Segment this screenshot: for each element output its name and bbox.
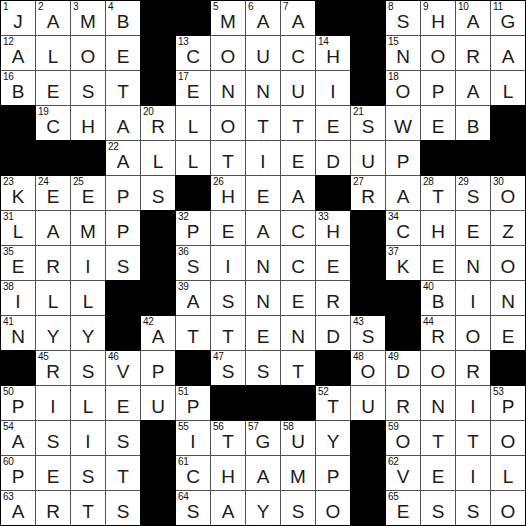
grid-cell[interactable]: 44R [421,316,455,350]
grid-cell[interactable]: E [421,106,455,140]
grid-cell[interactable]: 7A [281,1,315,35]
cell-letter: B [432,292,445,311]
grid-cell[interactable]: U [141,386,175,420]
grid-cell[interactable]: 33H [316,211,350,245]
grid-cell[interactable]: Y [71,316,105,350]
grid-cell[interactable]: E [316,246,350,280]
grid-cell[interactable]: 32P [176,211,210,245]
grid-cell[interactable]: E [36,71,70,105]
grid-cell[interactable]: E [106,386,140,420]
grid-cell[interactable]: H [211,456,245,490]
grid-cell[interactable]: 43S [351,316,385,350]
cell-letter: L [188,152,199,171]
grid-cell[interactable]: T [281,106,315,140]
grid-cell[interactable]: I [316,71,350,105]
grid-cell[interactable]: 54A [1,421,35,455]
grid-cell[interactable]: 40B [421,281,455,315]
grid-cell[interactable]: 61C [176,456,210,490]
cell-letter: L [188,117,199,136]
black-square [351,36,385,70]
grid-cell[interactable]: 55I [176,421,210,455]
grid-cell[interactable]: I [456,281,490,315]
grid-cell[interactable]: A [246,211,280,245]
grid-cell[interactable]: R [36,491,70,525]
cell-letter: T [467,432,479,451]
grid-cell[interactable]: L [36,36,70,70]
grid-cell[interactable]: T [421,421,455,455]
cell-letter: A [12,432,25,451]
grid-cell[interactable]: M [281,456,315,490]
grid-cell[interactable]: S [456,491,490,525]
grid-cell[interactable]: W [386,106,420,140]
grid-cell[interactable]: N [211,71,245,105]
grid-cell[interactable]: R [316,281,350,315]
grid-cell[interactable]: 21S [351,106,385,140]
grid-cell[interactable]: L [141,141,175,175]
cell-letter: M [80,12,96,31]
cell-letter: D [396,362,410,381]
grid-cell[interactable]: C [281,246,315,280]
grid-cell[interactable]: 4B [106,1,140,35]
clue-number: 53 [493,387,504,397]
grid-cell[interactable]: I [456,456,490,490]
grid-cell[interactable]: A [386,176,420,210]
cell-letter: R [431,327,445,346]
grid-cell[interactable]: A [246,456,280,490]
grid-cell[interactable]: 53P [491,386,525,420]
grid-cell[interactable]: 49D [386,351,420,385]
grid-cell[interactable]: S [211,281,245,315]
grid-cell[interactable]: 26H [211,176,245,210]
cell-letter: G [256,432,271,451]
clue-number: 4 [108,2,113,12]
cell-letter: T [292,117,304,136]
grid-cell[interactable]: E [36,456,70,490]
grid-cell[interactable]: S [106,421,140,455]
cell-letter: A [257,222,270,241]
grid-cell[interactable]: A [106,106,140,140]
grid-cell[interactable]: O [421,36,455,70]
grid-cell[interactable]: S [106,246,140,280]
grid-cell[interactable]: 31L [1,211,35,245]
cell-letter: L [13,222,24,241]
cell-letter: Y [257,502,270,521]
clue-number: 21 [353,107,364,117]
clue-number: 19 [38,107,49,117]
clue-number: 28 [423,177,434,187]
grid-cell[interactable]: P [421,71,455,105]
cell-letter: C [46,117,60,136]
cell-letter: A [12,47,25,66]
grid-cell[interactable]: 30O [491,176,525,210]
grid-cell[interactable]: N [246,281,280,315]
grid-cell[interactable]: 12A [1,36,35,70]
grid-cell[interactable]: B [456,106,490,140]
cell-letter: E [222,222,235,241]
grid-cell[interactable]: 18O [386,71,420,105]
grid-cell[interactable]: U [246,36,280,70]
grid-cell[interactable]: 1J [1,1,35,35]
grid-cell[interactable]: 64S [176,491,210,525]
cell-letter: M [220,12,236,31]
grid-cell[interactable]: E [106,36,140,70]
cell-letter: H [431,222,445,241]
grid-cell[interactable]: T [246,106,280,140]
cell-letter: A [502,47,515,66]
clue-number: 48 [353,352,364,362]
grid-cell[interactable]: E [281,281,315,315]
grid-cell[interactable]: P [106,211,140,245]
cell-letter: I [50,397,55,416]
grid-cell[interactable]: N [281,316,315,350]
clue-number: 12 [3,37,14,47]
grid-cell[interactable]: N [491,281,525,315]
clue-number: 2 [38,2,43,12]
grid-cell[interactable]: T [71,491,105,525]
grid-cell[interactable]: D [316,141,350,175]
grid-cell[interactable]: 42A [141,316,175,350]
grid-cell[interactable]: S [246,351,280,385]
cell-letter: L [153,152,164,171]
grid-cell[interactable]: U [281,71,315,105]
cell-letter: P [327,467,340,486]
grid-cell[interactable]: C [281,36,315,70]
grid-cell[interactable]: E [246,176,280,210]
clue-number: 29 [458,177,469,187]
cell-letter: R [46,257,60,276]
grid-cell[interactable]: 45R [36,351,70,385]
grid-cell[interactable]: I [71,421,105,455]
grid-cell[interactable]: 2A [36,1,70,35]
cell-letter: E [467,222,480,241]
cell-letter: L [83,397,94,416]
grid-cell[interactable]: P [106,176,140,210]
clue-number: 58 [283,422,294,432]
grid-cell[interactable]: A [456,71,490,105]
grid-cell[interactable]: 16B [1,71,35,105]
grid-cell[interactable]: O [316,491,350,525]
cell-letter: D [326,327,340,346]
grid-cell[interactable]: 52T [316,386,350,420]
cell-letter: O [221,47,236,66]
grid-cell[interactable]: 57G [246,421,280,455]
grid-cell[interactable]: O [71,36,105,70]
grid-cell[interactable]: L [36,281,70,315]
grid-cell[interactable]: O [456,316,490,350]
black-square [141,456,175,490]
grid-cell[interactable]: S [281,491,315,525]
grid-cell[interactable]: A [281,176,315,210]
cell-letter: O [501,187,516,206]
cell-letter: O [326,502,341,521]
grid-cell[interactable]: 10A [456,1,490,35]
cell-letter: R [361,187,375,206]
grid-cell[interactable]: S [141,176,175,210]
grid-cell[interactable]: C [281,211,315,245]
grid-cell[interactable]: U [351,386,385,420]
grid-cell[interactable]: E [246,316,280,350]
clue-number: 26 [213,177,224,187]
grid-cell[interactable]: D [316,316,350,350]
grid-cell[interactable]: T [176,316,210,350]
cell-letter: O [361,362,376,381]
cell-letter: S [82,467,95,486]
grid-cell[interactable]: T [281,351,315,385]
clue-number: 57 [248,422,259,432]
grid-cell[interactable]: O [491,421,525,455]
grid-cell[interactable]: L [491,456,525,490]
grid-cell[interactable]: 19C [36,106,70,140]
grid-cell[interactable]: 11G [491,1,525,35]
grid-cell[interactable]: S [106,491,140,525]
cell-letter: S [152,187,165,206]
clue-number: 35 [3,247,14,257]
black-square [456,141,490,175]
grid-cell[interactable]: O [421,351,455,385]
grid-cell[interactable]: 14H [316,36,350,70]
black-square [351,421,385,455]
grid-cell[interactable]: E [211,211,245,245]
clue-number: 36 [178,247,189,257]
grid-cell[interactable]: E [421,456,455,490]
grid-cell[interactable]: A [36,211,70,245]
grid-cell[interactable]: S [421,491,455,525]
grid-cell[interactable]: Y [316,421,350,455]
cell-letter: E [257,327,270,346]
cell-letter: N [291,327,305,346]
grid-cell[interactable]: 39A [176,281,210,315]
grid-cell[interactable]: 62V [386,456,420,490]
grid-cell[interactable]: R [36,246,70,280]
grid-cell[interactable]: S [36,421,70,455]
clue-number: 41 [3,317,14,327]
clue-number: 17 [178,72,189,82]
grid-cell[interactable]: 47S [211,351,245,385]
clue-number: 13 [178,37,189,47]
grid-cell[interactable]: T [211,141,245,175]
clue-number: 60 [3,457,14,467]
cell-letter: U [291,82,305,101]
grid-cell[interactable]: E [281,141,315,175]
grid-cell[interactable]: L [71,281,105,315]
grid-cell[interactable]: T [211,316,245,350]
grid-cell[interactable]: N [421,386,455,420]
cell-letter: I [260,152,265,171]
grid-cell[interactable]: L [491,71,525,105]
grid-cell[interactable]: 25E [71,176,105,210]
black-square [141,71,175,105]
cell-letter: A [292,187,305,206]
cell-letter: T [257,117,269,136]
grid-cell[interactable]: 37K [386,246,420,280]
grid-cell[interactable]: T [106,71,140,105]
black-square [316,351,350,385]
cell-letter: P [12,397,25,416]
cell-letter: O [431,362,446,381]
grid-cell[interactable]: 28T [421,176,455,210]
cell-letter: P [117,222,130,241]
cell-letter: S [467,187,480,206]
black-square [141,36,175,70]
grid-cell[interactable]: U [351,141,385,175]
clue-number: 20 [143,107,154,117]
grid-cell[interactable]: H [71,106,105,140]
cell-letter: S [47,432,60,451]
clue-number: 37 [388,247,399,257]
clue-number: 40 [423,282,434,292]
cell-letter: P [152,362,165,381]
clue-number: 50 [3,387,14,397]
grid-cell[interactable]: 9H [421,1,455,35]
black-square [351,281,385,315]
grid-cell[interactable]: P [141,351,175,385]
grid-cell[interactable]: N [456,246,490,280]
grid-cell[interactable]: S [71,71,105,105]
grid-cell[interactable]: Y [246,491,280,525]
grid-cell[interactable]: P [386,141,420,175]
grid-cell[interactable]: I [36,386,70,420]
cell-letter: Y [47,327,60,346]
grid-cell[interactable]: T [106,456,140,490]
grid-cell[interactable]: 3M [71,1,105,35]
grid-cell[interactable]: 38I [1,281,35,315]
cell-letter: I [470,292,475,311]
cell-letter: A [117,117,130,136]
cell-letter: A [257,12,270,31]
black-square [1,106,35,140]
cell-letter: V [117,362,130,381]
grid-cell[interactable]: I [211,246,245,280]
grid-cell[interactable]: 15N [386,36,420,70]
grid-cell[interactable]: 41N [1,316,35,350]
grid-cell[interactable]: 58U [281,421,315,455]
grid-cell[interactable]: E [316,106,350,140]
grid-cell[interactable]: 13C [176,36,210,70]
grid-cell[interactable]: 5M [211,1,245,35]
grid-cell[interactable]: Z [491,211,525,245]
grid-cell[interactable]: 27R [351,176,385,210]
cell-letter: M [290,467,306,486]
grid-cell[interactable]: Y [36,316,70,350]
cell-letter: A [467,82,480,101]
grid-cell[interactable]: 46V [106,351,140,385]
cell-letter: N [396,47,410,66]
grid-cell[interactable]: E [491,316,525,350]
cell-letter: T [117,82,129,101]
grid-cell[interactable]: 29S [456,176,490,210]
grid-cell[interactable]: O [211,36,245,70]
cell-letter: U [361,152,375,171]
grid-cell[interactable]: 56T [211,421,245,455]
grid-cell[interactable]: O [491,246,525,280]
grid-cell[interactable]: 22A [106,141,140,175]
grid-cell[interactable]: N [246,246,280,280]
cell-letter: I [85,257,90,276]
cell-letter: C [291,257,305,276]
cell-letter: E [47,82,60,101]
grid-cell[interactable]: 24E [36,176,70,210]
grid-cell[interactable]: 48O [351,351,385,385]
grid-cell[interactable]: O [491,491,525,525]
cell-letter: E [187,82,200,101]
cell-letter: M [80,222,96,241]
grid-cell[interactable]: R [456,36,490,70]
grid-cell[interactable]: R [386,386,420,420]
grid-cell[interactable]: 59O [386,421,420,455]
grid-cell[interactable]: L [176,106,210,140]
clue-number: 59 [388,422,399,432]
cell-letter: C [186,467,200,486]
grid-cell[interactable]: N [246,71,280,105]
grid-cell[interactable]: I [246,141,280,175]
cell-letter: R [46,502,60,521]
cell-letter: N [466,257,480,276]
grid-cell[interactable]: 36S [176,246,210,280]
clue-number: 34 [388,212,399,222]
black-square [351,246,385,280]
black-square [141,211,175,245]
grid-cell[interactable]: 63A [1,491,35,525]
black-square [141,491,175,525]
grid-cell[interactable]: P [316,456,350,490]
grid-cell[interactable]: H [421,211,455,245]
cell-letter: L [48,292,59,311]
black-square [71,141,105,175]
cell-letter: E [82,187,95,206]
cell-letter: K [397,257,410,276]
cell-letter: C [291,222,305,241]
black-square [106,281,140,315]
clue-number: 47 [213,352,224,362]
cell-letter: O [221,117,236,136]
grid-cell[interactable]: E [421,246,455,280]
cell-letter: E [257,187,270,206]
grid-cell[interactable]: L [176,141,210,175]
grid-cell[interactable]: 23K [1,176,35,210]
grid-cell[interactable]: T [456,421,490,455]
grid-cell[interactable]: 20R [141,106,175,140]
grid-cell[interactable]: S [71,456,105,490]
grid-cell[interactable]: E [456,211,490,245]
grid-cell[interactable]: 50P [1,386,35,420]
cell-letter: E [327,257,340,276]
grid-cell[interactable]: I [456,386,490,420]
grid-cell[interactable]: 6A [246,1,280,35]
cell-letter: S [292,502,305,521]
grid-cell[interactable]: M [71,211,105,245]
grid-cell[interactable]: A [491,36,525,70]
grid-cell[interactable]: A [211,491,245,525]
cell-letter: C [291,47,305,66]
grid-cell[interactable]: O [211,106,245,140]
cell-letter: S [222,292,235,311]
grid-cell[interactable]: 60P [1,456,35,490]
cell-letter: I [470,467,475,486]
grid-cell[interactable]: R [456,351,490,385]
grid-cell[interactable]: 65E [386,491,420,525]
grid-cell[interactable]: I [71,246,105,280]
grid-cell[interactable]: 8S [386,1,420,35]
grid-cell[interactable]: 17E [176,71,210,105]
grid-cell[interactable]: 34C [386,211,420,245]
grid-cell[interactable]: 35E [1,246,35,280]
grid-cell[interactable]: L [71,386,105,420]
cell-letter: D [326,152,340,171]
cell-letter: V [397,467,410,486]
grid-cell[interactable]: S [71,351,105,385]
clue-number: 32 [178,212,189,222]
grid-cell[interactable]: 51P [176,386,210,420]
